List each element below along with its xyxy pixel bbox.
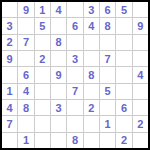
cell-r5c4-given-9[interactable]: 9 [51, 67, 66, 82]
cell-r4c4[interactable] [51, 51, 66, 66]
cell-r1c2-given-9[interactable]: 9 [18, 2, 33, 17]
cell-r3c8[interactable] [116, 35, 131, 50]
cell-r5c3[interactable] [35, 67, 50, 82]
cell-r4c7-given-7[interactable]: 7 [100, 51, 115, 66]
cell-r4c6[interactable] [84, 51, 99, 66]
cell-r7c2-given-8[interactable]: 8 [18, 100, 33, 115]
cell-r5c2-given-6[interactable]: 6 [18, 67, 33, 82]
cell-r9c2-given-1[interactable]: 1 [18, 133, 33, 148]
cell-r1c7-given-6[interactable]: 6 [100, 2, 115, 17]
cell-r2c9-given-9[interactable]: 9 [133, 18, 148, 33]
cell-r3c7[interactable] [100, 35, 115, 50]
cell-r6c8[interactable] [116, 84, 131, 99]
cell-r4c3-given-2[interactable]: 2 [35, 51, 50, 66]
cell-r7c1-given-4[interactable]: 4 [2, 100, 17, 115]
cell-r6c1-given-1[interactable]: 1 [2, 84, 17, 99]
cell-r6c7-given-5[interactable]: 5 [100, 84, 115, 99]
cell-r8c3[interactable] [35, 116, 50, 131]
cell-r8c5[interactable] [67, 116, 82, 131]
cell-r7c3[interactable] [35, 100, 50, 115]
cell-r7c5[interactable] [67, 100, 82, 115]
cell-r5c8[interactable] [116, 67, 131, 82]
cell-r8c7-given-1[interactable]: 1 [100, 116, 115, 131]
cell-r6c5-given-7[interactable]: 7 [67, 84, 82, 99]
cell-r6c6[interactable] [84, 84, 99, 99]
cell-r8c8[interactable] [116, 116, 131, 131]
cell-r1c6-given-3[interactable]: 3 [84, 2, 99, 17]
cell-r9c4[interactable] [51, 133, 66, 148]
cell-r2c3-given-5[interactable]: 5 [35, 18, 50, 33]
cell-r4c1-given-9[interactable]: 9 [2, 51, 17, 66]
cell-r8c4[interactable] [51, 116, 66, 131]
cell-r9c1[interactable] [2, 133, 17, 148]
cell-r2c7-given-8[interactable]: 8 [100, 18, 115, 33]
cell-r8c6[interactable] [84, 116, 99, 131]
cell-r3c3[interactable] [35, 35, 50, 50]
cell-r3c2-given-7[interactable]: 7 [18, 35, 33, 50]
cell-r4c2[interactable] [18, 51, 33, 66]
cell-r1c5[interactable] [67, 2, 82, 17]
cell-r7c4-given-3[interactable]: 3 [51, 100, 66, 115]
cell-r9c6[interactable] [84, 133, 99, 148]
cell-r4c5-given-3[interactable]: 3 [67, 51, 82, 66]
cell-r7c6-given-2[interactable]: 2 [84, 100, 99, 115]
cell-r9c7[interactable] [100, 133, 115, 148]
cell-r4c8[interactable] [116, 51, 131, 66]
cell-r3c5[interactable] [67, 35, 82, 50]
cell-r2c4[interactable] [51, 18, 66, 33]
cell-r6c9[interactable] [133, 84, 148, 99]
cell-r2c6-given-4[interactable]: 4 [84, 18, 99, 33]
cell-r1c4-given-4[interactable]: 4 [51, 2, 66, 17]
cell-r6c3[interactable] [35, 84, 50, 99]
cell-r1c8-given-5[interactable]: 5 [116, 2, 131, 17]
cell-r2c1-given-3[interactable]: 3 [2, 18, 17, 33]
cell-r9c9[interactable] [133, 133, 148, 148]
cell-r5c1[interactable] [2, 67, 17, 82]
cell-r5c5[interactable] [67, 67, 82, 82]
sudoku-board: 91436535648927892376984147548326712182 [0, 0, 150, 150]
cell-r3c9[interactable] [133, 35, 148, 50]
cell-r1c1[interactable] [2, 2, 17, 17]
cell-r3c4-given-8[interactable]: 8 [51, 35, 66, 50]
cell-r8c2[interactable] [18, 116, 33, 131]
cell-r7c9[interactable] [133, 100, 148, 115]
cell-r2c2[interactable] [18, 18, 33, 33]
cell-r8c9-given-2[interactable]: 2 [133, 116, 148, 131]
cell-r5c7[interactable] [100, 67, 115, 82]
cell-r5c6-given-8[interactable]: 8 [84, 67, 99, 82]
cell-r1c9[interactable] [133, 2, 148, 17]
cell-r3c1-given-2[interactable]: 2 [2, 35, 17, 50]
cell-r5c9-given-4[interactable]: 4 [133, 67, 148, 82]
cell-r8c1-given-7[interactable]: 7 [2, 116, 17, 131]
cell-r2c5-given-6[interactable]: 6 [67, 18, 82, 33]
cell-r7c8-given-6[interactable]: 6 [116, 100, 131, 115]
cell-r7c7[interactable] [100, 100, 115, 115]
cell-r6c2-given-4[interactable]: 4 [18, 84, 33, 99]
cell-r9c3[interactable] [35, 133, 50, 148]
cell-r2c8[interactable] [116, 18, 131, 33]
cell-r1c3-given-1[interactable]: 1 [35, 2, 50, 17]
cell-r6c4[interactable] [51, 84, 66, 99]
cell-r3c6[interactable] [84, 35, 99, 50]
cell-r9c8-given-2[interactable]: 2 [116, 133, 131, 148]
cell-r9c5-given-8[interactable]: 8 [67, 133, 82, 148]
cell-r4c9[interactable] [133, 51, 148, 66]
